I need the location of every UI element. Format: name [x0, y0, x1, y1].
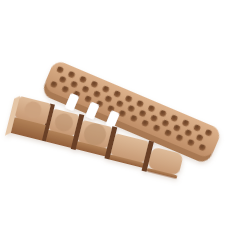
- product-photo: [0, 0, 226, 226]
- scene-svg: [0, 0, 226, 226]
- wedge-step-4: [109, 133, 149, 167]
